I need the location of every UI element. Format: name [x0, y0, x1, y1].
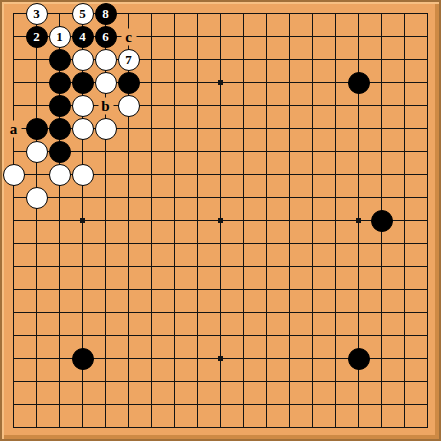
grid-line-vertical	[151, 301, 152, 324]
intersection	[416, 393, 439, 416]
grid-line-horizontal	[347, 197, 370, 198]
grid-line-horizontal	[209, 105, 232, 106]
intersection	[347, 25, 370, 48]
grid-line-vertical	[128, 347, 129, 370]
go-board: 3582146c7ba	[0, 0, 441, 441]
grid-line-vertical	[13, 255, 14, 278]
grid-line-horizontal	[209, 243, 232, 244]
grid-line-vertical	[381, 370, 382, 393]
intersection	[117, 186, 140, 209]
grid-line-vertical	[59, 186, 60, 209]
intersection	[209, 370, 232, 393]
grid-line-horizontal	[13, 381, 26, 382]
grid-line-vertical	[197, 25, 198, 48]
grid-line-vertical	[312, 209, 313, 232]
grid-line-vertical	[59, 324, 60, 347]
grid-line-vertical	[289, 25, 290, 48]
grid-line-vertical	[105, 186, 106, 209]
white-stone	[26, 187, 48, 209]
black-stone	[371, 210, 393, 232]
grid-line-vertical	[266, 416, 267, 428]
grid-line-vertical	[128, 163, 129, 186]
grid-line-vertical	[404, 278, 405, 301]
grid-line-horizontal	[94, 427, 117, 428]
intersection	[324, 278, 347, 301]
grid-line-horizontal	[278, 82, 301, 83]
intersection	[347, 301, 370, 324]
grid-line-horizontal	[186, 197, 209, 198]
intersection	[324, 370, 347, 393]
grid-line-vertical	[105, 370, 106, 393]
grid-line-horizontal	[370, 358, 393, 359]
grid-line-horizontal	[232, 220, 255, 221]
grid-line-horizontal	[347, 312, 370, 313]
grid-line-horizontal	[232, 358, 255, 359]
grid-line-vertical	[13, 278, 14, 301]
grid-line-horizontal	[163, 266, 186, 267]
grid-line-horizontal	[13, 289, 26, 290]
grid-line-horizontal	[278, 243, 301, 244]
grid-line-horizontal	[71, 427, 94, 428]
grid-line-horizontal	[117, 220, 140, 221]
grid-line-vertical	[335, 278, 336, 301]
intersection	[140, 117, 163, 140]
grid-line-horizontal	[324, 335, 347, 336]
intersection	[186, 416, 209, 439]
grid-line-horizontal	[232, 105, 255, 106]
grid-line-horizontal	[370, 105, 393, 106]
intersection	[2, 140, 25, 163]
intersection	[255, 186, 278, 209]
grid-line-horizontal	[94, 381, 117, 382]
grid-line-vertical	[335, 117, 336, 140]
black-stone	[118, 72, 140, 94]
grid-line-vertical	[427, 140, 428, 163]
intersection	[186, 393, 209, 416]
grid-line-horizontal	[324, 381, 347, 382]
grid-line-vertical	[151, 13, 152, 26]
grid-line-vertical	[266, 301, 267, 324]
intersection	[255, 209, 278, 232]
intersection	[324, 71, 347, 94]
grid-line-vertical	[82, 255, 83, 278]
grid-line-horizontal	[301, 105, 324, 106]
grid-line-vertical	[289, 370, 290, 393]
grid-line-horizontal	[232, 335, 255, 336]
grid-line-horizontal	[209, 59, 232, 60]
grid-line-vertical	[312, 13, 313, 26]
grid-line-horizontal	[232, 59, 255, 60]
intersection	[370, 25, 393, 48]
grid-line-vertical	[312, 347, 313, 370]
intersection	[209, 324, 232, 347]
intersection	[232, 48, 255, 71]
intersection	[209, 232, 232, 255]
grid-line-vertical	[243, 48, 244, 71]
intersection	[232, 186, 255, 209]
intersection	[48, 71, 71, 94]
intersection	[255, 140, 278, 163]
grid-line-horizontal	[94, 266, 117, 267]
grid-line-vertical	[151, 393, 152, 416]
grid-line-vertical	[174, 393, 175, 416]
intersection	[71, 163, 94, 186]
intersection	[2, 25, 25, 48]
grid-line-horizontal	[140, 197, 163, 198]
intersection	[255, 48, 278, 71]
grid-line-vertical	[13, 71, 14, 94]
grid-line-vertical	[197, 140, 198, 163]
grid-line-horizontal	[255, 151, 278, 152]
intersection	[393, 186, 416, 209]
grid-line-vertical	[243, 71, 244, 94]
intersection	[324, 416, 347, 439]
grid-line-horizontal	[255, 289, 278, 290]
grid-line-vertical	[36, 393, 37, 416]
grid-line-horizontal	[48, 289, 71, 290]
grid-line-horizontal	[393, 197, 416, 198]
intersection	[278, 232, 301, 255]
intersection	[324, 186, 347, 209]
intersection	[71, 255, 94, 278]
grid-line-horizontal	[324, 105, 347, 106]
grid-line-horizontal	[48, 220, 71, 221]
grid-line-vertical	[404, 117, 405, 140]
intersection	[163, 140, 186, 163]
intersection	[140, 186, 163, 209]
grid-line-vertical	[381, 94, 382, 117]
grid-line-vertical	[266, 94, 267, 117]
intersection	[140, 232, 163, 255]
grid-line-horizontal	[393, 335, 416, 336]
grid-line-horizontal	[393, 151, 416, 152]
grid-line-horizontal	[301, 151, 324, 152]
grid-line-vertical	[381, 278, 382, 301]
intersection	[140, 393, 163, 416]
grid-line-vertical	[312, 416, 313, 428]
grid-line-vertical	[312, 324, 313, 347]
grid-line-horizontal	[71, 197, 94, 198]
intersection	[370, 416, 393, 439]
grid-line-horizontal	[140, 358, 163, 359]
grid-line-horizontal	[232, 404, 255, 405]
intersection	[416, 209, 439, 232]
intersection	[71, 71, 94, 94]
grid-line-vertical	[312, 278, 313, 301]
grid-line-vertical	[151, 416, 152, 428]
grid-line-vertical	[82, 393, 83, 416]
grid-line-horizontal	[278, 404, 301, 405]
grid-line-vertical	[197, 48, 198, 71]
intersection	[301, 209, 324, 232]
intersection	[370, 393, 393, 416]
intersection	[232, 209, 255, 232]
intersection	[209, 163, 232, 186]
grid-line-horizontal	[71, 381, 94, 382]
grid-line-vertical	[128, 232, 129, 255]
intersection: 2	[25, 25, 48, 48]
intersection	[232, 301, 255, 324]
grid-line-horizontal	[255, 220, 278, 221]
intersection	[278, 71, 301, 94]
grid-line-vertical	[404, 347, 405, 370]
intersection	[232, 324, 255, 347]
grid-line-horizontal	[117, 151, 140, 152]
white-stone-move-1: 1	[49, 26, 71, 48]
grid-line-vertical	[151, 186, 152, 209]
grid-line-horizontal	[278, 266, 301, 267]
grid-line-vertical	[358, 324, 359, 347]
intersection	[347, 209, 370, 232]
grid-line-vertical	[151, 48, 152, 71]
white-stone	[72, 49, 94, 71]
grid-line-horizontal	[278, 312, 301, 313]
grid-line-vertical	[358, 13, 359, 26]
grid-line-horizontal	[255, 266, 278, 267]
intersection	[94, 301, 117, 324]
grid-line-horizontal	[25, 335, 48, 336]
grid-line-vertical	[335, 393, 336, 416]
grid-line-horizontal	[393, 128, 416, 129]
grid-line-vertical	[13, 347, 14, 370]
intersection	[255, 2, 278, 25]
grid-line-vertical	[105, 232, 106, 255]
grid-line-vertical	[105, 209, 106, 232]
intersection	[301, 370, 324, 393]
intersection	[278, 324, 301, 347]
grid-line-horizontal	[301, 335, 324, 336]
grid-line-horizontal	[278, 36, 301, 37]
intersection	[416, 71, 439, 94]
grid-line-horizontal	[186, 105, 209, 106]
grid-line-horizontal	[94, 174, 117, 175]
black-stone	[72, 72, 94, 94]
intersection	[370, 209, 393, 232]
intersection	[232, 94, 255, 117]
grid-line-horizontal	[163, 174, 186, 175]
grid-line-horizontal	[324, 266, 347, 267]
grid-line-horizontal	[186, 358, 209, 359]
grid-line-horizontal	[347, 105, 370, 106]
grid-line-vertical	[59, 416, 60, 428]
grid-line-horizontal	[186, 13, 209, 14]
intersection	[48, 48, 71, 71]
intersection	[324, 2, 347, 25]
intersection	[232, 255, 255, 278]
intersection	[163, 163, 186, 186]
intersection	[25, 117, 48, 140]
grid-line-horizontal	[209, 128, 232, 129]
grid-line-horizontal	[209, 289, 232, 290]
grid-line-horizontal	[163, 128, 186, 129]
grid-line-vertical	[243, 186, 244, 209]
intersection	[393, 94, 416, 117]
intersection	[301, 278, 324, 301]
grid-line-horizontal	[232, 427, 255, 428]
grid-line-horizontal	[255, 358, 278, 359]
grid-line-vertical	[312, 393, 313, 416]
intersection	[393, 301, 416, 324]
grid-line-horizontal	[278, 358, 301, 359]
grid-line-vertical	[36, 324, 37, 347]
white-stone	[118, 95, 140, 117]
grid-line-vertical	[220, 48, 221, 71]
grid-line-horizontal	[232, 13, 255, 14]
grid-line-horizontal	[370, 59, 393, 60]
intersection	[347, 2, 370, 25]
intersection	[232, 416, 255, 439]
intersection	[48, 94, 71, 117]
grid-line-vertical	[404, 324, 405, 347]
grid-line-horizontal	[301, 427, 324, 428]
intersection	[140, 2, 163, 25]
grid-line-horizontal	[393, 358, 416, 359]
grid-line-vertical	[220, 25, 221, 48]
grid-line-horizontal	[347, 266, 370, 267]
intersection	[25, 163, 48, 186]
grid-line-vertical	[358, 232, 359, 255]
grid-line-horizontal	[347, 289, 370, 290]
grid-line-vertical	[312, 94, 313, 117]
intersection	[232, 232, 255, 255]
grid-line-horizontal	[186, 335, 209, 336]
intersection	[301, 324, 324, 347]
intersection	[140, 209, 163, 232]
white-stone	[72, 118, 94, 140]
grid-line-vertical	[427, 186, 428, 209]
intersection	[117, 301, 140, 324]
grid-line-vertical	[243, 278, 244, 301]
grid-line-vertical	[243, 301, 244, 324]
intersection	[163, 255, 186, 278]
grid-line-vertical	[59, 209, 60, 232]
grid-line-horizontal	[209, 266, 232, 267]
grid-line-vertical	[358, 370, 359, 393]
intersection	[209, 416, 232, 439]
grid-line-horizontal	[255, 59, 278, 60]
grid-line-vertical	[289, 13, 290, 26]
grid-line-horizontal	[324, 289, 347, 290]
grid-line-vertical	[358, 117, 359, 140]
grid-line-horizontal	[186, 243, 209, 244]
grid-line-vertical	[358, 48, 359, 71]
grid-line-vertical	[105, 324, 106, 347]
grid-line-vertical	[128, 255, 129, 278]
grid-line-horizontal	[393, 82, 416, 83]
grid-line-horizontal	[25, 59, 48, 60]
intersection	[25, 370, 48, 393]
grid-line-horizontal	[232, 266, 255, 267]
grid-line-vertical	[197, 186, 198, 209]
intersection	[232, 163, 255, 186]
intersection	[209, 209, 232, 232]
grid-line-vertical	[105, 163, 106, 186]
intersection	[71, 48, 94, 71]
black-stone-move-4: 4	[72, 26, 94, 48]
grid-line-horizontal	[301, 312, 324, 313]
intersection	[71, 140, 94, 163]
grid-line-horizontal	[301, 82, 324, 83]
intersection	[324, 117, 347, 140]
grid-line-vertical	[174, 48, 175, 71]
intersection	[209, 301, 232, 324]
grid-line-vertical	[266, 186, 267, 209]
grid-line-horizontal	[278, 335, 301, 336]
grid-line-horizontal	[301, 13, 324, 14]
grid-line-horizontal	[232, 289, 255, 290]
grid-line-vertical	[128, 209, 129, 232]
grid-line-horizontal	[324, 13, 347, 14]
intersection	[209, 94, 232, 117]
intersection	[117, 370, 140, 393]
grid-line-horizontal	[301, 197, 324, 198]
grid-line-vertical	[82, 232, 83, 255]
intersection	[48, 393, 71, 416]
grid-line-vertical	[174, 370, 175, 393]
grid-line-horizontal	[347, 174, 370, 175]
white-stone	[95, 72, 117, 94]
grid-line-vertical	[404, 13, 405, 26]
grid-line-horizontal	[393, 266, 416, 267]
grid-line-horizontal	[324, 404, 347, 405]
grid-line-vertical	[312, 232, 313, 255]
intersection	[324, 324, 347, 347]
grid-line-horizontal	[140, 312, 163, 313]
grid-line-horizontal	[301, 220, 324, 221]
grid-line-vertical	[289, 324, 290, 347]
intersection	[209, 2, 232, 25]
intersection	[117, 416, 140, 439]
grid-line-horizontal	[48, 358, 71, 359]
intersection	[48, 209, 71, 232]
grid-line-horizontal	[25, 105, 48, 106]
grid-line-horizontal	[370, 427, 393, 428]
intersection	[393, 393, 416, 416]
grid-line-vertical	[427, 324, 428, 347]
grid-line-horizontal	[140, 335, 163, 336]
intersection	[301, 301, 324, 324]
grid-line-vertical	[243, 94, 244, 117]
grid-line-horizontal	[209, 174, 232, 175]
grid-line-vertical	[381, 255, 382, 278]
intersection	[232, 25, 255, 48]
grid-line-horizontal	[117, 174, 140, 175]
intersection: 4	[71, 25, 94, 48]
intersection	[416, 140, 439, 163]
intersection	[393, 71, 416, 94]
grid-line-vertical	[174, 232, 175, 255]
grid-line-vertical	[312, 48, 313, 71]
grid-line-vertical	[335, 416, 336, 428]
grid-line-vertical	[174, 13, 175, 26]
grid-line-vertical	[82, 370, 83, 393]
intersection	[209, 71, 232, 94]
grid-line-vertical	[13, 301, 14, 324]
intersection	[94, 209, 117, 232]
grid-line-horizontal	[301, 128, 324, 129]
intersection	[163, 71, 186, 94]
intersection	[347, 117, 370, 140]
grid-line-horizontal	[13, 13, 26, 14]
grid-line-horizontal	[255, 335, 278, 336]
grid-line-horizontal	[186, 174, 209, 175]
intersection	[232, 347, 255, 370]
intersection	[370, 255, 393, 278]
grid-line-vertical	[266, 25, 267, 48]
grid-line-vertical	[13, 370, 14, 393]
grid-line-horizontal	[324, 427, 347, 428]
white-stone	[95, 118, 117, 140]
